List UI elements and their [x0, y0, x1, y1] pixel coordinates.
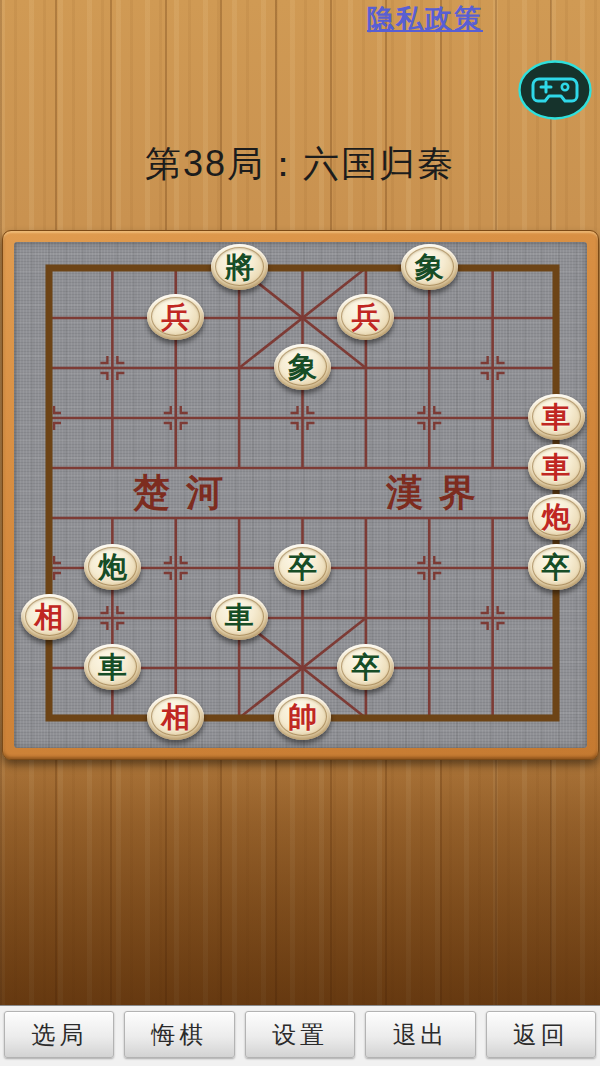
piece-black-象[interactable]: 象	[274, 344, 331, 390]
piece-character: 炮	[528, 494, 585, 540]
piece-black-卒[interactable]: 卒	[274, 544, 331, 590]
piece-character: 車	[528, 444, 585, 490]
piece-black-卒[interactable]: 卒	[337, 644, 394, 690]
piece-character: 象	[401, 244, 458, 290]
piece-black-將[interactable]: 將	[211, 244, 268, 290]
piece-black-卒[interactable]: 卒	[528, 544, 585, 590]
piece-black-車[interactable]: 車	[211, 594, 268, 640]
exit-button[interactable]: 退出	[365, 1011, 475, 1058]
piece-red-兵[interactable]: 兵	[147, 294, 204, 340]
piece-character: 車	[211, 594, 268, 640]
piece-black-象[interactable]: 象	[401, 244, 458, 290]
settings-button[interactable]: 设置	[245, 1011, 355, 1058]
piece-character: 車	[528, 394, 585, 440]
piece-red-帥[interactable]: 帥	[274, 694, 331, 740]
privacy-policy-link[interactable]: 隐私政策	[367, 1, 483, 37]
piece-character: 將	[211, 244, 268, 290]
piece-red-相[interactable]: 相	[147, 694, 204, 740]
undo-move-button[interactable]: 悔棋	[124, 1011, 234, 1058]
piece-character: 象	[274, 344, 331, 390]
piece-character: 卒	[528, 544, 585, 590]
piece-character: 卒	[274, 544, 331, 590]
back-button[interactable]: 返回	[486, 1011, 596, 1058]
select-game-button[interactable]: 选局	[4, 1011, 114, 1058]
piece-red-車[interactable]: 車	[528, 394, 585, 440]
puzzle-title: 第38局：六国归秦	[0, 140, 600, 189]
piece-character: 卒	[337, 644, 394, 690]
piece-character: 相	[21, 594, 78, 640]
piece-character: 兵	[147, 294, 204, 340]
gamepad-button[interactable]	[518, 60, 592, 120]
piece-red-相[interactable]: 相	[21, 594, 78, 640]
river-label-chu-he: 楚河	[117, 468, 239, 518]
piece-red-兵[interactable]: 兵	[337, 294, 394, 340]
piece-character: 炮	[84, 544, 141, 590]
river-label-han-jie: 漢界	[370, 468, 492, 518]
piece-character: 車	[84, 644, 141, 690]
piece-red-車[interactable]: 車	[528, 444, 585, 490]
piece-character: 相	[147, 694, 204, 740]
bottom-button-bar: 选局 悔棋 设置 退出 返回	[0, 1005, 600, 1066]
gamepad-icon	[518, 60, 592, 120]
piece-character: 兵	[337, 294, 394, 340]
xiangqi-board[interactable]: 楚河 漢界 將象兵兵象車車炮炮卒卒相車車卒相帥	[2, 230, 599, 760]
piece-red-炮[interactable]: 炮	[528, 494, 585, 540]
piece-black-車[interactable]: 車	[84, 644, 141, 690]
piece-character: 帥	[274, 694, 331, 740]
piece-black-炮[interactable]: 炮	[84, 544, 141, 590]
